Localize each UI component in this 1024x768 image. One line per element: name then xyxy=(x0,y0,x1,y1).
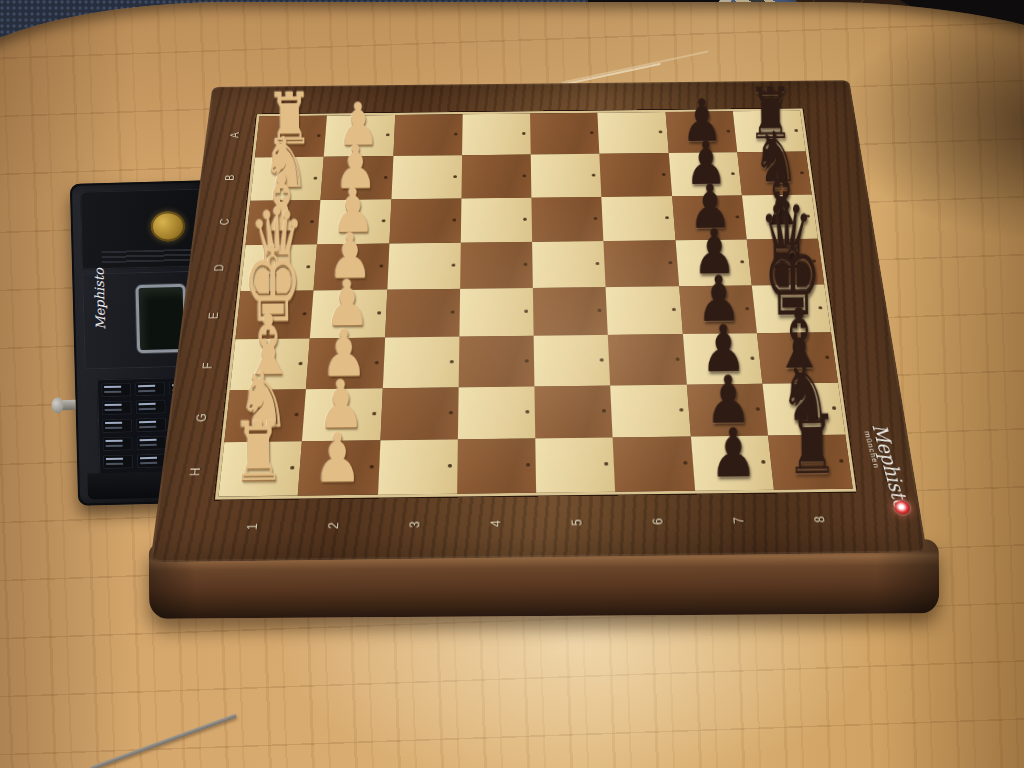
keypad-key[interactable] xyxy=(135,400,165,415)
keypad-key[interactable] xyxy=(102,436,132,451)
square-c6[interactable] xyxy=(602,196,676,241)
drawer-knob[interactable] xyxy=(59,400,75,410)
keypad-key[interactable] xyxy=(102,418,132,433)
square-g5[interactable] xyxy=(534,385,612,438)
square-e5[interactable] xyxy=(533,287,608,336)
lcd-display xyxy=(139,287,185,350)
square-b5[interactable] xyxy=(531,154,602,197)
keypad-key[interactable] xyxy=(101,382,131,397)
file-label-e: E xyxy=(206,312,221,319)
square-d6[interactable] xyxy=(604,240,679,287)
gold-seal-medallion xyxy=(151,211,186,242)
file-label-f: F xyxy=(200,362,215,369)
square-g4[interactable] xyxy=(458,386,536,439)
file-label-h: H xyxy=(187,468,203,476)
square-a6[interactable] xyxy=(598,112,669,154)
rank-label-8: 8 xyxy=(812,516,828,523)
keypad-key[interactable] xyxy=(136,418,166,433)
square-f6[interactable] xyxy=(608,334,686,385)
square-f3[interactable] xyxy=(382,337,459,388)
square-d5[interactable] xyxy=(532,241,606,288)
keypad-key[interactable] xyxy=(102,400,132,415)
square-h6[interactable] xyxy=(613,436,695,491)
file-label-c: C xyxy=(218,218,232,225)
square-b4[interactable] xyxy=(461,155,531,199)
vent-grooves xyxy=(102,249,194,263)
file-label-d: D xyxy=(212,264,227,271)
black-rook[interactable]: ♜ xyxy=(786,404,840,486)
file-label-a: A xyxy=(228,132,242,138)
square-c4[interactable] xyxy=(461,197,533,242)
square-h5[interactable] xyxy=(535,437,615,492)
square-h3[interactable] xyxy=(377,439,457,494)
square-h2[interactable]: ♟ xyxy=(298,440,380,496)
square-f5[interactable] xyxy=(534,335,611,386)
square-f4[interactable] xyxy=(458,336,534,387)
square-a4[interactable] xyxy=(462,113,531,155)
file-label-b: B xyxy=(223,175,237,181)
keypad-key[interactable] xyxy=(135,382,165,397)
square-c3[interactable] xyxy=(389,198,461,243)
square-b3[interactable] xyxy=(391,155,462,199)
square-a3[interactable] xyxy=(393,114,463,156)
black-pawn[interactable]: ♟ xyxy=(709,419,757,487)
square-g6[interactable] xyxy=(610,384,690,437)
keypad-key[interactable] xyxy=(136,435,166,450)
square-d3[interactable] xyxy=(387,243,461,290)
square-g3[interactable] xyxy=(380,387,458,440)
keypad-key[interactable] xyxy=(103,454,133,469)
square-h4[interactable] xyxy=(457,438,536,493)
chess-board: ABCDEFGH 12345678 ♜♟♟♜♞♟♟♞♝♟♟♝♛♟♟♛♚♟♟♚♝♟… xyxy=(150,80,927,562)
square-h1[interactable]: ♜ xyxy=(219,441,303,497)
file-label-g: G xyxy=(194,413,210,422)
drawer-brand-script: Mephisto xyxy=(92,299,108,329)
module-cap xyxy=(80,188,208,269)
square-h8[interactable]: ♜ xyxy=(768,434,853,489)
white-rook[interactable]: ♜ xyxy=(231,411,285,494)
square-h7[interactable]: ♟ xyxy=(690,435,773,490)
photo-scene: Mephisto ABCDEFGH 12345678 ♜♟♟♜♞♟♟♞♝♟♟♝♛… xyxy=(0,0,1024,768)
white-pawn[interactable]: ♟ xyxy=(313,424,362,492)
